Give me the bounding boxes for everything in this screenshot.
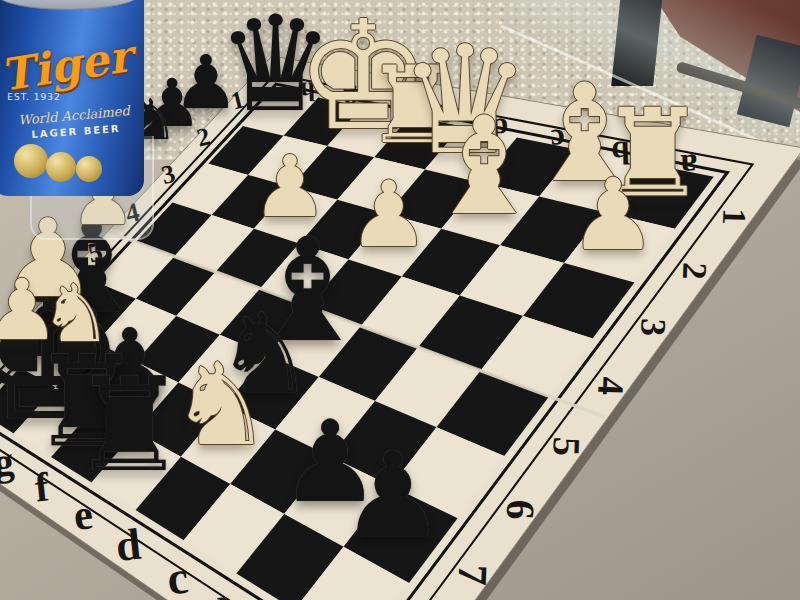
rank-label-right-3: 3 — [633, 318, 674, 337]
captured-white-knight[interactable]: ♞ — [40, 274, 112, 354]
piece-white-pawn-a2[interactable]: ♟ — [569, 164, 658, 263]
piece-white-bishop-c2[interactable]: ♝ — [424, 98, 545, 233]
rank-label-right-7: 7 — [450, 564, 497, 586]
can-est-text: EST. 1932 — [0, 92, 110, 102]
can-medal-icon — [46, 152, 76, 182]
rank-label-right-1: 1 — [716, 208, 754, 226]
can-medal-icon — [14, 144, 48, 178]
can-lid — [0, 0, 140, 10]
can-medal-icon — [76, 156, 102, 182]
rank-label-right-2: 2 — [676, 262, 715, 281]
rank-label-right-6: 6 — [498, 499, 544, 521]
beer-can: Tiger EST. 1932 World Acclaimed LAGER BE… — [0, 0, 144, 196]
rank-label-right-5: 5 — [545, 436, 588, 457]
piece-black-rook-e8[interactable]: ♜ — [71, 360, 188, 490]
scene: 11hh22gg33ff44ee55dd66cc77bb88aa ♛♚♜♜♝♝♞… — [0, 0, 800, 600]
rank-label-right-4: 4 — [590, 376, 632, 396]
piece-black-pawn-a7[interactable]: ♟ — [340, 435, 446, 553]
